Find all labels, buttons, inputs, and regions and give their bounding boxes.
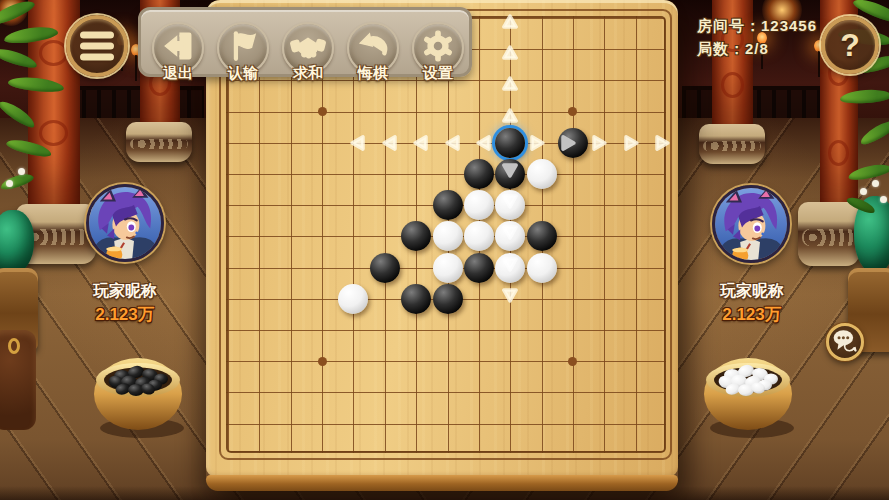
direction-marker (444, 134, 462, 152)
direction-marker (622, 134, 640, 152)
exit-label: 退出 (146, 64, 210, 83)
undo-label: 悔棋 (341, 64, 405, 83)
stone-white (433, 253, 463, 283)
last-move-stone-black (495, 128, 525, 158)
star-point (318, 107, 327, 116)
pillar-right-far-base (699, 124, 765, 164)
pillar-right-near-base (798, 202, 860, 266)
direction-marker (501, 107, 519, 125)
stone-black (558, 128, 588, 158)
flower-right-3 (880, 196, 887, 203)
left-player-score: 2.123万 (45, 303, 205, 326)
stone-white (527, 253, 557, 283)
direction-marker (349, 134, 367, 152)
stone-black (370, 253, 400, 283)
direction-marker (381, 134, 399, 152)
direction-marker (528, 134, 546, 152)
settings-button[interactable]: 设置 (406, 20, 470, 80)
round-count-label: 局数： (697, 40, 745, 57)
chat-bubble-icon (832, 329, 858, 353)
direction-marker (590, 134, 608, 152)
star-point (568, 107, 577, 116)
stone-black (527, 221, 557, 251)
hamburger-icon (80, 28, 114, 65)
room-number-value: 123456 (761, 17, 817, 34)
right-player-name: 玩家昵称 (672, 281, 832, 302)
surrender-label: 认输 (211, 64, 275, 83)
stone-black (433, 190, 463, 220)
flower-left (18, 168, 25, 175)
chat-button[interactable] (826, 323, 864, 361)
direction-marker (475, 134, 493, 152)
flower-left-2 (6, 180, 13, 187)
stone-white (527, 159, 557, 189)
direction-marker (501, 44, 519, 62)
drum-handle (8, 338, 20, 354)
draw-label: 求和 (276, 64, 340, 83)
direction-marker (501, 75, 519, 93)
stone-white (495, 221, 525, 251)
stone-black (401, 284, 431, 314)
stone-black (464, 253, 494, 283)
stone-white (495, 190, 525, 220)
white-stone-bowl (698, 344, 798, 440)
black-stone-bowl (88, 344, 188, 440)
right-railing (682, 86, 838, 122)
stone-black (464, 159, 494, 189)
stone-white (464, 190, 494, 220)
round-count-value: 2/8 (745, 40, 769, 57)
stone-white (433, 221, 463, 251)
stone-white (464, 221, 494, 251)
help-button[interactable]: ? (821, 16, 879, 74)
flower-right-2 (872, 180, 879, 187)
stone-black (401, 221, 431, 251)
flower-right-1 (860, 188, 867, 195)
stone-white (338, 284, 368, 314)
avatar-image (89, 187, 161, 259)
settings-label: 设置 (406, 64, 470, 83)
direction-marker (501, 13, 519, 31)
board-edge-bevel (206, 475, 678, 491)
pillar-left-far-base (126, 122, 192, 162)
stone-black (433, 284, 463, 314)
right-player-score: 2.123万 (672, 303, 832, 326)
question-mark-icon: ? (825, 20, 875, 70)
star-point (568, 357, 577, 366)
left-player-name: 玩家昵称 (45, 281, 205, 302)
toolbar-panel: 退出 认输 求和 悔棋 (138, 7, 472, 77)
left-player-avatar[interactable] (86, 184, 164, 262)
game-room: 退出 认输 求和 悔棋 (0, 0, 889, 500)
stone-white (495, 253, 525, 283)
stone-black (495, 159, 525, 189)
draw-button[interactable]: 求和 (276, 20, 340, 80)
exit-button[interactable]: 退出 (146, 20, 210, 80)
direction-marker (412, 134, 430, 152)
direction-marker (501, 286, 519, 304)
surrender-button[interactable]: 认输 (211, 20, 275, 80)
right-player-avatar[interactable] (712, 185, 790, 263)
avatar-image (715, 188, 787, 260)
undo-button[interactable]: 悔棋 (341, 20, 405, 80)
star-point (318, 357, 327, 366)
menu-button[interactable] (66, 15, 128, 77)
room-number-label: 房间号： (697, 17, 761, 34)
